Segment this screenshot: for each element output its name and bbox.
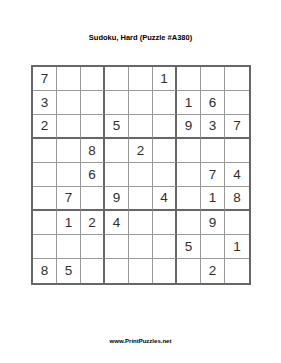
sudoku-cell-r5c7[interactable] — [177, 163, 201, 187]
sudoku-cell-r4c7[interactable] — [177, 139, 201, 163]
sudoku-cell-r1c4[interactable] — [105, 67, 129, 91]
sudoku-cell-r9c3[interactable] — [81, 259, 105, 283]
sudoku-cell-r3c8: 3 — [201, 115, 225, 139]
sudoku-cell-r4c9[interactable] — [225, 139, 249, 163]
footer-url: www.PrintPuzzles.net — [0, 338, 281, 344]
sudoku-cell-r1c5[interactable] — [129, 67, 153, 91]
sudoku-cell-r1c3[interactable] — [81, 67, 105, 91]
sudoku-cell-r1c9[interactable] — [225, 67, 249, 91]
sudoku-cell-r9c4[interactable] — [105, 259, 129, 283]
sudoku-cell-r8c7: 5 — [177, 235, 201, 259]
sudoku-cell-r6c5[interactable] — [129, 187, 153, 211]
sudoku-cell-r7c7[interactable] — [177, 211, 201, 235]
sudoku-cell-r3c5[interactable] — [129, 115, 153, 139]
puzzle-title: Sudoku, Hard (Puzzle #A380) — [0, 33, 281, 42]
sudoku-cell-r1c7[interactable] — [177, 67, 201, 91]
sudoku-cell-r8c5[interactable] — [129, 235, 153, 259]
sudoku-cell-r3c3[interactable] — [81, 115, 105, 139]
sudoku-cell-r7c4: 4 — [105, 211, 129, 235]
sudoku-cell-r7c1[interactable] — [33, 211, 57, 235]
sudoku-cell-r5c5[interactable] — [129, 163, 153, 187]
sudoku-cell-r5c6[interactable] — [153, 163, 177, 187]
sudoku-cell-r6c3[interactable] — [81, 187, 105, 211]
sudoku-cell-r5c8: 7 — [201, 163, 225, 187]
sudoku-cell-r7c8: 9 — [201, 211, 225, 235]
sudoku-cell-r4c8[interactable] — [201, 139, 225, 163]
sudoku-cell-r2c3[interactable] — [81, 91, 105, 115]
sudoku-cell-r6c2: 7 — [57, 187, 81, 211]
sudoku-cell-r3c1: 2 — [33, 115, 57, 139]
sudoku-cell-r4c1[interactable] — [33, 139, 57, 163]
sudoku-cell-r5c3: 6 — [81, 163, 105, 187]
sudoku-cell-r9c7[interactable] — [177, 259, 201, 283]
sudoku-cell-r9c8: 2 — [201, 259, 225, 283]
sudoku-cell-r3c4: 5 — [105, 115, 129, 139]
sudoku-cell-r1c6: 1 — [153, 67, 177, 91]
sudoku-cell-r2c9[interactable] — [225, 91, 249, 115]
sudoku-cell-r6c1[interactable] — [33, 187, 57, 211]
sudoku-cell-r3c9: 7 — [225, 115, 249, 139]
sudoku-cell-r1c2[interactable] — [57, 67, 81, 91]
sudoku-cell-r1c1: 7 — [33, 67, 57, 91]
sudoku-cell-r5c9: 4 — [225, 163, 249, 187]
sudoku-cell-r4c3: 8 — [81, 139, 105, 163]
sudoku-cell-r3c7: 9 — [177, 115, 201, 139]
sudoku-cell-r8c3[interactable] — [81, 235, 105, 259]
sudoku-cell-r2c2[interactable] — [57, 91, 81, 115]
sudoku-cell-r8c4[interactable] — [105, 235, 129, 259]
sudoku-cell-r9c9[interactable] — [225, 259, 249, 283]
sudoku-cell-r8c6[interactable] — [153, 235, 177, 259]
sudoku-cell-r7c3: 2 — [81, 211, 105, 235]
sudoku-cell-r6c8: 1 — [201, 187, 225, 211]
sudoku-cell-r2c7: 1 — [177, 91, 201, 115]
sudoku-cell-r5c1[interactable] — [33, 163, 57, 187]
sudoku-cell-r2c4[interactable] — [105, 91, 129, 115]
sudoku-cell-r7c2: 1 — [57, 211, 81, 235]
sudoku-cell-r2c5[interactable] — [129, 91, 153, 115]
sudoku-cell-r6c7[interactable] — [177, 187, 201, 211]
sudoku-cell-r8c1[interactable] — [33, 235, 57, 259]
sudoku-cell-r2c6[interactable] — [153, 91, 177, 115]
sudoku-cell-r9c5[interactable] — [129, 259, 153, 283]
sudoku-cell-r1c8[interactable] — [201, 67, 225, 91]
sudoku-cell-r7c6[interactable] — [153, 211, 177, 235]
sudoku-cell-r5c4[interactable] — [105, 163, 129, 187]
sudoku-cell-r9c6[interactable] — [153, 259, 177, 283]
sudoku-cell-r8c2[interactable] — [57, 235, 81, 259]
sudoku-cell-r6c4: 9 — [105, 187, 129, 211]
sudoku-cell-r5c2[interactable] — [57, 163, 81, 187]
sudoku-cell-r3c2[interactable] — [57, 115, 81, 139]
sudoku-cell-r4c6[interactable] — [153, 139, 177, 163]
sudoku-cell-r8c8[interactable] — [201, 235, 225, 259]
sudoku-cell-r4c2[interactable] — [57, 139, 81, 163]
sudoku-cell-r9c2: 5 — [57, 259, 81, 283]
sudoku-board: 71316259378267479418124951852 — [31, 65, 251, 285]
sudoku-cell-r2c1: 3 — [33, 91, 57, 115]
sudoku-cell-r9c1: 8 — [33, 259, 57, 283]
sudoku-cell-r3c6[interactable] — [153, 115, 177, 139]
sudoku-cell-r6c9: 8 — [225, 187, 249, 211]
sudoku-cell-r2c8: 6 — [201, 91, 225, 115]
sudoku-cell-r8c9: 1 — [225, 235, 249, 259]
sudoku-cell-r7c5[interactable] — [129, 211, 153, 235]
sudoku-cell-r4c4[interactable] — [105, 139, 129, 163]
sudoku-cell-r4c5: 2 — [129, 139, 153, 163]
sudoku-cell-r7c9[interactable] — [225, 211, 249, 235]
sudoku-cell-r6c6: 4 — [153, 187, 177, 211]
